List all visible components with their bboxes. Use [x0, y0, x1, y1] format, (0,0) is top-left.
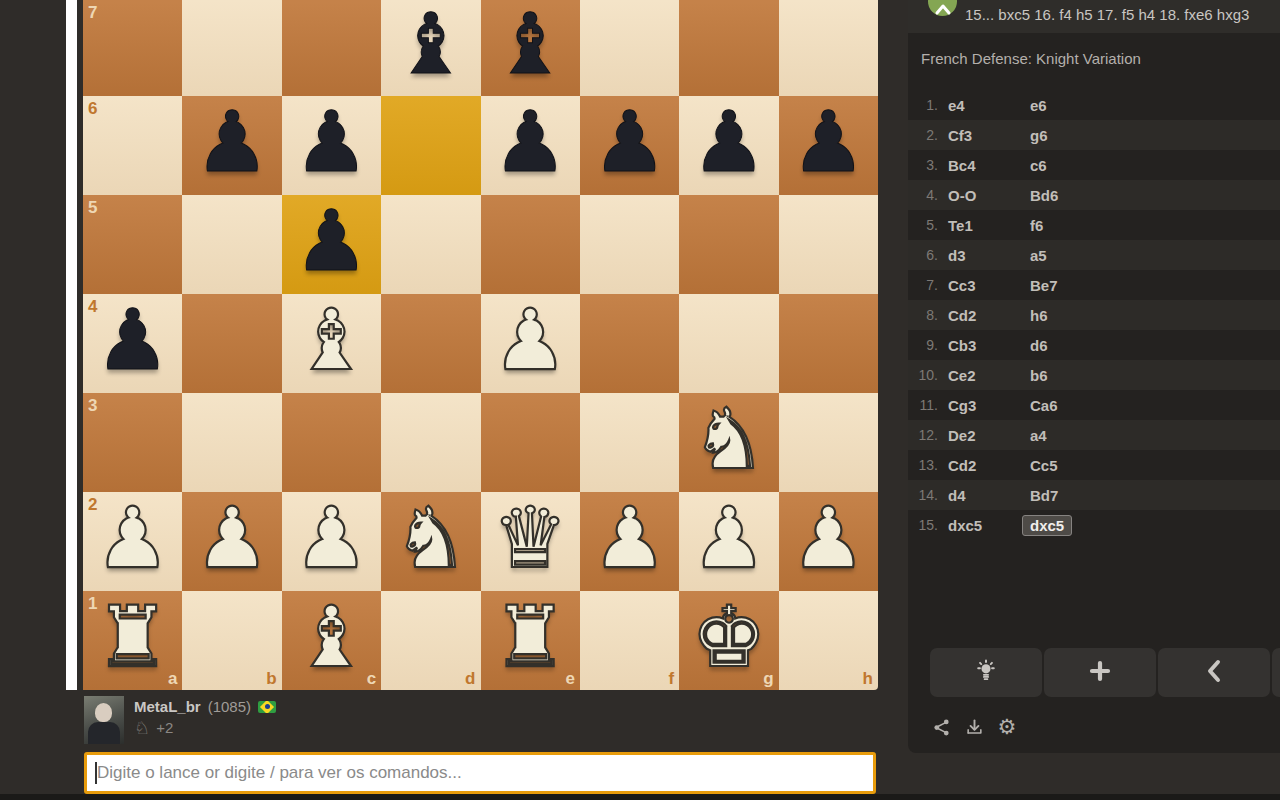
- move-14-white[interactable]: d4: [948, 487, 1030, 504]
- white-knight[interactable]: ♞: [393, 496, 468, 580]
- square-g2[interactable]: ♟: [679, 492, 778, 591]
- avatar[interactable]: [84, 696, 124, 744]
- square-h7[interactable]: [779, 0, 878, 96]
- white-pawn[interactable]: ♟: [493, 298, 568, 382]
- move-row-6: 6.d3a5: [908, 240, 1280, 270]
- lightbulb-icon: [973, 658, 999, 687]
- move-9-black[interactable]: d6: [1030, 337, 1112, 354]
- move-number: 13.: [908, 457, 948, 473]
- move-7-white[interactable]: Cc3: [948, 277, 1030, 294]
- square-g5[interactable]: [679, 195, 778, 294]
- move-12-white[interactable]: De2: [948, 427, 1030, 444]
- move-row-2: 2.Cf3g6: [908, 120, 1280, 150]
- white-pawn[interactable]: ♟: [95, 496, 170, 580]
- square-h1[interactable]: h: [779, 591, 878, 690]
- move-list: 1.e4e62.Cf3g63.Bc4c64.O-OBd65.Te1f66.d3a…: [908, 90, 1280, 540]
- file-label-h: h: [863, 669, 873, 689]
- move-5-white[interactable]: Te1: [948, 217, 1030, 234]
- download-icon[interactable]: [963, 716, 985, 738]
- black-bishop[interactable]: ♝: [393, 2, 468, 86]
- white-king[interactable]: ♚: [691, 595, 766, 679]
- square-f3[interactable]: [580, 393, 679, 492]
- move-15-black[interactable]: dxc5: [1030, 515, 1112, 536]
- square-d7[interactable]: ♝: [381, 0, 480, 96]
- move-10-white[interactable]: Ce2: [948, 367, 1030, 384]
- square-d4[interactable]: [381, 294, 480, 393]
- white-pawn[interactable]: ♟: [791, 496, 866, 580]
- move-number: 7.: [908, 277, 948, 293]
- square-b4[interactable]: [182, 294, 281, 393]
- avatar-head: [95, 703, 112, 722]
- engine-suggestion-icon: [928, 0, 957, 16]
- square-c3[interactable]: [282, 393, 381, 492]
- square-a1[interactable]: 1a♜: [83, 591, 182, 690]
- rank-label-7: 7: [88, 3, 97, 23]
- move-4-white[interactable]: O-O: [948, 187, 1030, 204]
- black-pawn[interactable]: ♟: [95, 298, 170, 382]
- square-b7[interactable]: [182, 0, 281, 96]
- tools-row: ⚙: [930, 716, 1018, 738]
- move-6-white[interactable]: d3: [948, 247, 1030, 264]
- white-knight[interactable]: ♞: [691, 397, 766, 481]
- square-d5[interactable]: [381, 195, 480, 294]
- white-pawn[interactable]: ♟: [691, 496, 766, 580]
- move-row-10: 10.Ce2b6: [908, 360, 1280, 390]
- chess-board[interactable]: 7♝♝6♟♟♟♟♟♟5♟4♟♝♟3♞2♟♟♟♞♛♟♟♟1a♜bc♝de♜fg♚h: [83, 0, 878, 690]
- square-g1[interactable]: g♚: [679, 591, 778, 690]
- square-e3[interactable]: [481, 393, 580, 492]
- move-number: 3.: [908, 157, 948, 173]
- move-1-black[interactable]: e6: [1030, 97, 1112, 114]
- square-e1[interactable]: e♜: [481, 591, 580, 690]
- rank-label-5: 5: [88, 198, 97, 218]
- white-pawn[interactable]: ♟: [294, 496, 369, 580]
- square-f2[interactable]: ♟: [580, 492, 679, 591]
- square-e7[interactable]: ♝: [481, 0, 580, 96]
- square-a4[interactable]: 4♟: [83, 294, 182, 393]
- move-5-black[interactable]: f6: [1030, 217, 1112, 234]
- black-pawn[interactable]: ♟: [493, 100, 568, 184]
- move-row-8: 8.Cd2h6: [908, 300, 1280, 330]
- square-f5[interactable]: [580, 195, 679, 294]
- square-d3[interactable]: [381, 393, 480, 492]
- page: 7♝♝6♟♟♟♟♟♟5♟4♟♝♟3♞2♟♟♟♞♛♟♟♟1a♜bc♝de♜fg♚h…: [0, 0, 1280, 800]
- white-queen[interactable]: ♛: [493, 496, 568, 580]
- previous-move-button[interactable]: [1158, 648, 1270, 697]
- file-label-d: d: [465, 669, 475, 689]
- black-pawn[interactable]: ♟: [194, 100, 269, 184]
- black-pawn[interactable]: ♟: [691, 100, 766, 184]
- rank-label-3: 3: [88, 396, 97, 416]
- move-number: 14.: [908, 487, 948, 503]
- move-number: 8.: [908, 307, 948, 323]
- square-h3[interactable]: [779, 393, 878, 492]
- text-caret: [95, 762, 97, 784]
- square-a5[interactable]: 5: [83, 195, 182, 294]
- move-number: 11.: [908, 397, 948, 413]
- bottom-strip: [0, 794, 1280, 800]
- move-2-black[interactable]: g6: [1030, 127, 1112, 144]
- square-a7[interactable]: 7: [83, 0, 182, 96]
- file-label-b: b: [266, 669, 276, 689]
- move-row-7: 7.Cc3Be7: [908, 270, 1280, 300]
- move-number: 4.: [908, 187, 948, 203]
- move-row-3: 3.Bc4c6: [908, 150, 1280, 180]
- avatar-torso: [88, 722, 120, 744]
- square-g4[interactable]: [679, 294, 778, 393]
- square-d6[interactable]: [381, 96, 480, 195]
- move-6-black[interactable]: a5: [1030, 247, 1112, 264]
- square-c6[interactable]: ♟: [282, 96, 381, 195]
- move-3-white[interactable]: Bc4: [948, 157, 1030, 174]
- square-e5[interactable]: [481, 195, 580, 294]
- square-h5[interactable]: [779, 195, 878, 294]
- square-b2[interactable]: ♟: [182, 492, 281, 591]
- square-a3[interactable]: 3: [83, 393, 182, 492]
- square-f4[interactable]: [580, 294, 679, 393]
- black-pawn[interactable]: ♟: [791, 100, 866, 184]
- black-pawn[interactable]: ♟: [294, 199, 369, 283]
- evaluation-bar: [66, 0, 77, 690]
- white-pawn[interactable]: ♟: [592, 496, 667, 580]
- black-bishop[interactable]: ♝: [493, 2, 568, 86]
- material-advantage: +2: [156, 719, 173, 736]
- square-a2[interactable]: 2♟: [83, 492, 182, 591]
- square-c7[interactable]: [282, 0, 381, 96]
- square-c2[interactable]: ♟: [282, 492, 381, 591]
- move-number: 2.: [908, 127, 948, 143]
- move-7-black[interactable]: Be7: [1030, 277, 1112, 294]
- move-13-white[interactable]: Cd2: [948, 457, 1030, 474]
- square-d2[interactable]: ♞: [381, 492, 480, 591]
- square-e4[interactable]: ♟: [481, 294, 580, 393]
- move-11-white[interactable]: Cg3: [948, 397, 1030, 414]
- white-bishop[interactable]: ♝: [294, 595, 369, 679]
- share-icon[interactable]: [930, 716, 952, 738]
- square-e2[interactable]: ♛: [481, 492, 580, 591]
- rank-label-6: 6: [88, 99, 97, 119]
- black-pawn[interactable]: ♟: [592, 100, 667, 184]
- square-a6[interactable]: 6: [83, 96, 182, 195]
- move-1-white[interactable]: e4: [948, 97, 1030, 114]
- square-e6[interactable]: ♟: [481, 96, 580, 195]
- move-8-black[interactable]: h6: [1030, 307, 1112, 324]
- move-row-13: 13.Cd2Cc5: [908, 450, 1280, 480]
- square-g7[interactable]: [679, 0, 778, 96]
- player-name[interactable]: MetaL_br: [134, 698, 201, 715]
- move-number: 9.: [908, 337, 948, 353]
- move-9-white[interactable]: Cb3: [948, 337, 1030, 354]
- square-f7[interactable]: [580, 0, 679, 96]
- hint-button[interactable]: [930, 648, 1042, 697]
- white-rook[interactable]: ♜: [95, 595, 170, 679]
- plus-icon: [1088, 659, 1112, 686]
- square-f1[interactable]: f: [580, 591, 679, 690]
- move-row-11: 11.Cg3Ca6: [908, 390, 1280, 420]
- square-d1[interactable]: d: [381, 591, 480, 690]
- move-4-black[interactable]: Bd6: [1030, 187, 1112, 204]
- square-c4[interactable]: ♝: [282, 294, 381, 393]
- move-10-black[interactable]: b6: [1030, 367, 1112, 384]
- move-row-1: 1.e4e6: [908, 90, 1280, 120]
- current-move[interactable]: dxc5: [1022, 515, 1072, 536]
- player-rating: (1085): [208, 698, 251, 715]
- move-13-black[interactable]: Cc5: [1030, 457, 1112, 474]
- add-button[interactable]: [1044, 648, 1156, 697]
- brazil-flag-icon: [258, 701, 276, 713]
- gear-icon[interactable]: ⚙: [996, 716, 1018, 738]
- square-f6[interactable]: ♟: [580, 96, 679, 195]
- next-move-button-cropped[interactable]: [1272, 648, 1280, 697]
- square-b5[interactable]: [182, 195, 281, 294]
- move-3-black[interactable]: c6: [1030, 157, 1112, 174]
- engine-line-text[interactable]: 15... bxc5 16. f4 h5 17. f5 h4 18. fxe6 …: [965, 0, 1249, 33]
- move-15-white[interactable]: dxc5: [948, 517, 1030, 534]
- move-number: 15.: [908, 517, 948, 533]
- move-12-black[interactable]: a4: [1030, 427, 1112, 444]
- engine-suggestion-bar[interactable]: 15... bxc5 16. f4 h5 17. f5 h4 18. fxe6 …: [908, 0, 1280, 33]
- move-row-14: 14.d4Bd7: [908, 480, 1280, 510]
- move-number: 1.: [908, 97, 948, 113]
- white-bishop[interactable]: ♝: [294, 298, 369, 382]
- opening-name: French Defense: Knight Variation: [921, 50, 1141, 67]
- analysis-panel: 15... bxc5 16. f4 h5 17. f5 h4 18. fxe6 …: [908, 0, 1280, 753]
- move-row-5: 5.Te1f6: [908, 210, 1280, 240]
- move-2-white[interactable]: Cf3: [948, 127, 1030, 144]
- square-g6[interactable]: ♟: [679, 96, 778, 195]
- move-input[interactable]: [84, 752, 876, 794]
- captured-knight-icon: ♘: [134, 717, 150, 738]
- move-14-black[interactable]: Bd7: [1030, 487, 1112, 504]
- move-11-black[interactable]: Ca6: [1030, 397, 1112, 414]
- black-pawn[interactable]: ♟: [294, 100, 369, 184]
- panel-buttons: [930, 648, 1270, 697]
- square-h4[interactable]: [779, 294, 878, 393]
- move-row-15: 15.dxc5dxc5: [908, 510, 1280, 540]
- square-g3[interactable]: ♞: [679, 393, 778, 492]
- move-number: 12.: [908, 427, 948, 443]
- move-number: 5.: [908, 217, 948, 233]
- player-info: MetaL_br (1085) ♘ +2: [84, 696, 876, 746]
- file-label-f: f: [669, 669, 675, 689]
- square-b1[interactable]: b: [182, 591, 281, 690]
- move-row-9: 9.Cb3d6: [908, 330, 1280, 360]
- move-number: 10.: [908, 367, 948, 383]
- square-h2[interactable]: ♟: [779, 492, 878, 591]
- white-rook[interactable]: ♜: [493, 595, 568, 679]
- move-row-4: 4.O-OBd6: [908, 180, 1280, 210]
- square-b6[interactable]: ♟: [182, 96, 281, 195]
- square-b3[interactable]: [182, 393, 281, 492]
- move-8-white[interactable]: Cd2: [948, 307, 1030, 324]
- square-c1[interactable]: c♝: [282, 591, 381, 690]
- square-c5[interactable]: ♟: [282, 195, 381, 294]
- move-row-12: 12.De2a4: [908, 420, 1280, 450]
- move-number: 6.: [908, 247, 948, 263]
- chevron-left-icon: [1204, 659, 1224, 686]
- square-h6[interactable]: ♟: [779, 96, 878, 195]
- white-pawn[interactable]: ♟: [194, 496, 269, 580]
